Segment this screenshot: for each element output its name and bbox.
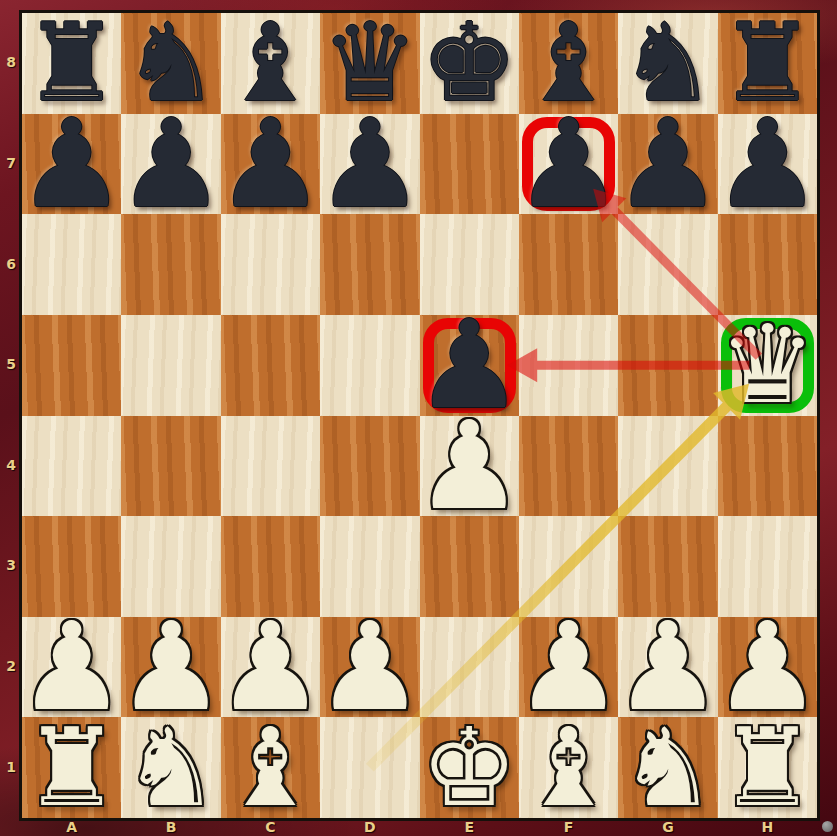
square-g4[interactable] [618, 416, 717, 517]
square-c5[interactable] [221, 315, 320, 416]
piece-white-pawn-a2[interactable]: ♟ [22, 617, 121, 718]
square-g5[interactable] [618, 315, 717, 416]
square-e7[interactable] [420, 114, 519, 215]
piece-white-pawn-c2[interactable]: ♟ [221, 617, 320, 718]
square-d5[interactable] [320, 315, 419, 416]
piece-white-knight-b1[interactable]: ♞ [121, 717, 220, 818]
piece-black-pawn-g7[interactable]: ♟ [618, 114, 717, 215]
square-a4[interactable] [22, 416, 121, 517]
square-d4[interactable] [320, 416, 419, 517]
piece-white-queen-h5[interactable]: ♛ [718, 315, 817, 416]
piece-black-pawn-h7[interactable]: ♟ [718, 114, 817, 215]
rank-label-7: 7 [4, 155, 18, 171]
square-e2[interactable] [420, 617, 519, 718]
piece-black-pawn-d7[interactable]: ♟ [320, 114, 419, 215]
square-a5[interactable] [22, 315, 121, 416]
piece-black-pawn-f7[interactable]: ♟ [519, 114, 618, 215]
square-b5[interactable] [121, 315, 220, 416]
rank-label-4: 4 [4, 457, 18, 473]
corner-dot [822, 821, 833, 832]
piece-white-pawn-f2[interactable]: ♟ [519, 617, 618, 718]
piece-white-king-e1[interactable]: ♚ [420, 717, 519, 818]
piece-white-pawn-d2[interactable]: ♟ [320, 617, 419, 718]
rank-label-1: 1 [4, 759, 18, 775]
rank-label-3: 3 [4, 557, 18, 573]
piece-black-pawn-b7[interactable]: ♟ [121, 114, 220, 215]
piece-white-bishop-c1[interactable]: ♝ [221, 717, 320, 818]
piece-black-pawn-a7[interactable]: ♟ [22, 114, 121, 215]
piece-white-pawn-h2[interactable]: ♟ [718, 617, 817, 718]
rank-label-5: 5 [4, 356, 18, 372]
piece-white-bishop-f1[interactable]: ♝ [519, 717, 618, 818]
chess-board-frame: 87654321ABCDEFGH♜♞♝♛♚♝♞♜♟♟♟♟♟♟♟♟♛♟♟♟♟♟♟♟… [0, 0, 837, 836]
rank-label-6: 6 [4, 256, 18, 272]
square-h4[interactable] [718, 416, 817, 517]
piece-white-pawn-g2[interactable]: ♟ [618, 617, 717, 718]
square-f5[interactable] [519, 315, 618, 416]
piece-white-pawn-e4[interactable]: ♟ [420, 416, 519, 517]
rank-label-8: 8 [4, 54, 18, 70]
piece-white-rook-a1[interactable]: ♜ [22, 717, 121, 818]
square-c4[interactable] [221, 416, 320, 517]
piece-black-pawn-c7[interactable]: ♟ [221, 114, 320, 215]
piece-white-rook-h1[interactable]: ♜ [718, 717, 817, 818]
piece-black-king-e8[interactable]: ♚ [420, 13, 519, 114]
piece-white-pawn-b2[interactable]: ♟ [121, 617, 220, 718]
square-f4[interactable] [519, 416, 618, 517]
rank-label-2: 2 [4, 658, 18, 674]
square-b4[interactable] [121, 416, 220, 517]
piece-white-knight-g1[interactable]: ♞ [618, 717, 717, 818]
file-label-D: D [360, 819, 380, 835]
